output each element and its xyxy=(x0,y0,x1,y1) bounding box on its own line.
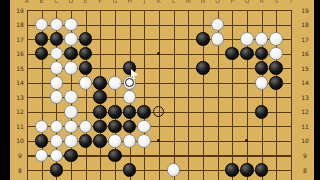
intersection-N13[interactable] xyxy=(196,90,211,105)
intersection-G16[interactable] xyxy=(108,46,123,61)
intersection-O8[interactable] xyxy=(210,163,225,178)
intersection-S11[interactable] xyxy=(269,119,284,134)
go-board[interactable]: ABCDEFGHJKLMNOPQRST 19181716151413121110… xyxy=(10,0,314,180)
intersection-Q8[interactable] xyxy=(240,163,255,178)
intersection-H18[interactable] xyxy=(122,17,137,32)
intersection-A19[interactable] xyxy=(20,3,35,18)
intersection-P14[interactable] xyxy=(225,75,240,90)
intersection-T8[interactable] xyxy=(283,163,298,178)
black-stone-G12 xyxy=(108,105,122,119)
intersection-F16[interactable] xyxy=(93,46,108,61)
intersection-S19[interactable] xyxy=(269,3,284,18)
intersection-G13[interactable] xyxy=(108,90,123,105)
intersection-C12[interactable] xyxy=(49,105,64,120)
intersection-S16[interactable] xyxy=(269,46,284,61)
intersection-D17[interactable] xyxy=(64,32,79,47)
intersection-R19[interactable] xyxy=(254,3,269,18)
intersection-L9[interactable] xyxy=(166,148,181,163)
intersection-J16[interactable] xyxy=(137,46,152,61)
intersection-Q17[interactable] xyxy=(240,32,255,47)
intersection-S9[interactable] xyxy=(269,148,284,163)
white-stone-R14 xyxy=(255,76,269,90)
intersection-R11[interactable] xyxy=(254,119,269,134)
intersection-G8[interactable] xyxy=(108,163,123,178)
intersection-K11[interactable] xyxy=(152,119,167,134)
white-stone-B18 xyxy=(35,18,49,32)
intersection-E11[interactable] xyxy=(78,119,93,134)
row-number: 16 xyxy=(297,50,313,57)
intersection-R10[interactable] xyxy=(254,134,269,149)
intersection-Q14[interactable] xyxy=(240,75,255,90)
intersection-E12[interactable] xyxy=(78,105,93,120)
intersection-C15[interactable] xyxy=(49,61,64,76)
intersection-A13[interactable] xyxy=(20,90,35,105)
intersection-K13[interactable] xyxy=(152,90,167,105)
intersection-B11[interactable] xyxy=(34,119,49,134)
intersection-J18[interactable] xyxy=(137,17,152,32)
black-stone-D16 xyxy=(64,47,78,61)
white-stone-J10 xyxy=(137,134,151,148)
white-stone-D12 xyxy=(64,105,78,119)
intersection-G14[interactable] xyxy=(108,75,123,90)
intersection-E10[interactable] xyxy=(78,134,93,149)
intersection-O16[interactable] xyxy=(210,46,225,61)
intersection-R13[interactable] xyxy=(254,90,269,105)
intersection-M13[interactable] xyxy=(181,90,196,105)
row-number: 14 xyxy=(297,79,313,86)
black-stone-B16 xyxy=(35,47,49,61)
intersection-D19[interactable] xyxy=(64,3,79,18)
intersection-P9[interactable] xyxy=(225,148,240,163)
black-stone-F13 xyxy=(93,90,107,104)
intersection-R9[interactable] xyxy=(254,148,269,163)
black-stone-P16 xyxy=(225,47,239,61)
intersection-T15[interactable] xyxy=(283,61,298,76)
white-stone-D10 xyxy=(64,134,78,148)
intersection-J12[interactable] xyxy=(137,105,152,120)
intersection-B16[interactable] xyxy=(34,46,49,61)
intersection-F9[interactable] xyxy=(93,148,108,163)
intersection-S10[interactable] xyxy=(269,134,284,149)
intersection-J13[interactable] xyxy=(137,90,152,105)
intersection-R18[interactable] xyxy=(254,17,269,32)
black-stone-E15 xyxy=(79,61,93,75)
white-stone-B9 xyxy=(35,149,49,163)
intersection-B17[interactable] xyxy=(34,32,49,47)
intersection-O19[interactable] xyxy=(210,3,225,18)
intersection-K19[interactable] xyxy=(152,3,167,18)
white-stone-D15 xyxy=(64,61,78,75)
white-stone-L8 xyxy=(167,163,181,177)
intersection-N12[interactable] xyxy=(196,105,211,120)
intersection-G19[interactable] xyxy=(108,3,123,18)
intersection-M17[interactable] xyxy=(181,32,196,47)
intersection-H19[interactable] xyxy=(122,3,137,18)
intersection-A11[interactable] xyxy=(20,119,35,134)
intersection-D8[interactable] xyxy=(64,163,79,178)
intersection-Q18[interactable] xyxy=(240,17,255,32)
intersection-K10[interactable] xyxy=(152,134,167,149)
intersection-G17[interactable] xyxy=(108,32,123,47)
intersection-K14[interactable] xyxy=(152,75,167,90)
intersection-K18[interactable] xyxy=(152,17,167,32)
intersection-M16[interactable] xyxy=(181,46,196,61)
intersection-P10[interactable] xyxy=(225,134,240,149)
row-number: 17 xyxy=(297,36,313,43)
intersection-T18[interactable] xyxy=(283,17,298,32)
intersection-K16[interactable] xyxy=(152,46,167,61)
intersection-A16[interactable] xyxy=(20,46,35,61)
intersection-Q10[interactable] xyxy=(240,134,255,149)
intersection-T10[interactable] xyxy=(283,134,298,149)
intersection-B13[interactable] xyxy=(34,90,49,105)
intersection-M15[interactable] xyxy=(181,61,196,76)
intersection-C10[interactable] xyxy=(49,134,64,149)
intersection-B10[interactable] xyxy=(34,134,49,149)
black-stone-B17 xyxy=(35,32,49,46)
circle-marker-empty-point xyxy=(153,106,164,117)
intersection-L18[interactable] xyxy=(166,17,181,32)
black-stone-S14 xyxy=(269,76,283,90)
intersection-M18[interactable] xyxy=(181,17,196,32)
black-stone-G11 xyxy=(108,120,122,134)
intersection-R14[interactable] xyxy=(254,75,269,90)
intersection-B8[interactable] xyxy=(34,163,49,178)
intersection-T19[interactable] xyxy=(283,3,298,18)
intersection-O11[interactable] xyxy=(210,119,225,134)
intersection-O13[interactable] xyxy=(210,90,225,105)
white-stone-C15 xyxy=(50,61,64,75)
intersection-L14[interactable] xyxy=(166,75,181,90)
intersection-D9[interactable] xyxy=(64,148,79,163)
row-number: 10 xyxy=(297,137,313,144)
intersection-M8[interactable] xyxy=(181,163,196,178)
black-stone-F10 xyxy=(93,134,107,148)
intersection-O14[interactable] xyxy=(210,75,225,90)
intersection-T17[interactable] xyxy=(283,32,298,47)
intersection-Q9[interactable] xyxy=(240,148,255,163)
intersection-F13[interactable] xyxy=(93,90,108,105)
intersection-G12[interactable] xyxy=(108,105,123,120)
white-stone-R17 xyxy=(255,32,269,46)
intersection-E8[interactable] xyxy=(78,163,93,178)
white-stone-G14 xyxy=(108,76,122,90)
intersection-A12[interactable] xyxy=(20,105,35,120)
row-number: 9 xyxy=(297,152,313,159)
black-stone-R15 xyxy=(255,61,269,75)
intersection-H8[interactable] xyxy=(122,163,137,178)
black-stone-D9 xyxy=(64,149,78,163)
intersection-R16[interactable] xyxy=(254,46,269,61)
black-stone-E10 xyxy=(79,134,93,148)
intersection-C13[interactable] xyxy=(49,90,64,105)
intersection-A10[interactable] xyxy=(20,134,35,149)
hoshi-dot xyxy=(157,52,160,55)
intersection-B18[interactable] xyxy=(34,17,49,32)
intersection-O17[interactable] xyxy=(210,32,225,47)
intersection-L8[interactable] xyxy=(166,163,181,178)
intersection-T9[interactable] xyxy=(283,148,298,163)
intersection-J10[interactable] xyxy=(137,134,152,149)
intersection-S8[interactable] xyxy=(269,163,284,178)
intersection-F14[interactable] xyxy=(93,75,108,90)
intersection-D10[interactable] xyxy=(64,134,79,149)
intersection-J11[interactable] xyxy=(137,119,152,134)
intersection-G9[interactable] xyxy=(108,148,123,163)
intersection-S17[interactable] xyxy=(269,32,284,47)
intersection-O9[interactable] xyxy=(210,148,225,163)
intersection-N16[interactable] xyxy=(196,46,211,61)
intersection-L13[interactable] xyxy=(166,90,181,105)
intersection-D15[interactable] xyxy=(64,61,79,76)
intersection-R17[interactable] xyxy=(254,32,269,47)
intersection-F12[interactable] xyxy=(93,105,108,120)
intersection-N10[interactable] xyxy=(196,134,211,149)
intersection-P16[interactable] xyxy=(225,46,240,61)
intersection-S18[interactable] xyxy=(269,17,284,32)
intersection-N14[interactable] xyxy=(196,75,211,90)
intersection-B14[interactable] xyxy=(34,75,49,90)
white-stone-B11 xyxy=(35,120,49,134)
intersection-C18[interactable] xyxy=(49,17,64,32)
intersection-A17[interactable] xyxy=(20,32,35,47)
intersection-S13[interactable] xyxy=(269,90,284,105)
hoshi-dot xyxy=(157,139,160,142)
intersection-E16[interactable] xyxy=(78,46,93,61)
intersection-G10[interactable] xyxy=(108,134,123,149)
intersection-E9[interactable] xyxy=(78,148,93,163)
black-stone-N15 xyxy=(196,61,210,75)
white-stone-C10 xyxy=(50,134,64,148)
intersection-H17[interactable] xyxy=(122,32,137,47)
white-stone-C16 xyxy=(50,47,64,61)
intersection-L19[interactable] xyxy=(166,3,181,18)
intersection-J17[interactable] xyxy=(137,32,152,47)
intersection-K17[interactable] xyxy=(152,32,167,47)
intersection-H12[interactable] xyxy=(122,105,137,120)
black-stone-C17 xyxy=(50,32,64,46)
white-stone-E14 xyxy=(79,76,93,90)
black-stone-F12 xyxy=(93,105,107,119)
black-stone-B10 xyxy=(35,134,49,148)
intersection-J19[interactable] xyxy=(137,3,152,18)
hoshi-dot xyxy=(245,139,248,142)
black-stone-P8 xyxy=(225,163,239,177)
intersection-H11[interactable] xyxy=(122,119,137,134)
intersection-E18[interactable] xyxy=(78,17,93,32)
intersection-E19[interactable] xyxy=(78,3,93,18)
intersection-L17[interactable] xyxy=(166,32,181,47)
intersection-K9[interactable] xyxy=(152,148,167,163)
intersection-T11[interactable] xyxy=(283,119,298,134)
white-stone-G10 xyxy=(108,134,122,148)
intersection-N17[interactable] xyxy=(196,32,211,47)
intersection-L10[interactable] xyxy=(166,134,181,149)
black-stone-F14 xyxy=(93,76,107,90)
intersection-O15[interactable] xyxy=(210,61,225,76)
intersection-B12[interactable] xyxy=(34,105,49,120)
intersection-F11[interactable] xyxy=(93,119,108,134)
intersection-R8[interactable] xyxy=(254,163,269,178)
intersection-L11[interactable] xyxy=(166,119,181,134)
black-stone-R16 xyxy=(255,47,269,61)
intersection-P17[interactable] xyxy=(225,32,240,47)
intersection-G18[interactable] xyxy=(108,17,123,32)
intersection-F18[interactable] xyxy=(93,17,108,32)
intersection-F15[interactable] xyxy=(93,61,108,76)
intersection-B9[interactable] xyxy=(34,148,49,163)
intersection-D13[interactable] xyxy=(64,90,79,105)
intersection-T13[interactable] xyxy=(283,90,298,105)
intersection-P19[interactable] xyxy=(225,3,240,18)
row-number: 8 xyxy=(297,167,313,174)
intersection-N15[interactable] xyxy=(196,61,211,76)
intersection-P11[interactable] xyxy=(225,119,240,134)
intersection-E15[interactable] xyxy=(78,61,93,76)
white-stone-D13 xyxy=(64,90,78,104)
intersection-D11[interactable] xyxy=(64,119,79,134)
intersection-J9[interactable] xyxy=(137,148,152,163)
row-number: 18 xyxy=(297,21,313,28)
white-stone-C18 xyxy=(50,18,64,32)
intersection-M9[interactable] xyxy=(181,148,196,163)
intersection-D18[interactable] xyxy=(64,17,79,32)
intersection-C11[interactable] xyxy=(49,119,64,134)
intersection-H10[interactable] xyxy=(122,134,137,149)
intersection-J14[interactable] xyxy=(137,75,152,90)
intersection-J8[interactable] xyxy=(137,163,152,178)
intersection-L12[interactable] xyxy=(166,105,181,120)
intersection-N18[interactable] xyxy=(196,17,211,32)
intersection-S12[interactable] xyxy=(269,105,284,120)
intersection-C14[interactable] xyxy=(49,75,64,90)
intersection-P12[interactable] xyxy=(225,105,240,120)
white-stone-H10 xyxy=(123,134,137,148)
white-stone-D11 xyxy=(64,120,78,134)
intersection-L15[interactable] xyxy=(166,61,181,76)
white-stone-H13 xyxy=(123,90,137,104)
intersection-C19[interactable] xyxy=(49,3,64,18)
intersection-T14[interactable] xyxy=(283,75,298,90)
intersection-J15[interactable] xyxy=(137,61,152,76)
intersection-P13[interactable] xyxy=(225,90,240,105)
intersection-Q19[interactable] xyxy=(240,3,255,18)
intersection-D16[interactable] xyxy=(64,46,79,61)
intersection-H14[interactable] xyxy=(122,75,137,90)
black-stone-S15 xyxy=(269,61,283,75)
intersection-Q12[interactable] xyxy=(240,105,255,120)
intersection-B15[interactable] xyxy=(34,61,49,76)
intersection-K12[interactable] xyxy=(152,105,167,120)
intersection-H13[interactable] xyxy=(122,90,137,105)
intersection-M14[interactable] xyxy=(181,75,196,90)
intersection-C8[interactable] xyxy=(49,163,64,178)
intersection-E14[interactable] xyxy=(78,75,93,90)
intersection-C9[interactable] xyxy=(49,148,64,163)
black-stone-Q16 xyxy=(240,47,254,61)
intersection-F17[interactable] xyxy=(93,32,108,47)
intersection-P15[interactable] xyxy=(225,61,240,76)
intersection-R15[interactable] xyxy=(254,61,269,76)
intersection-N11[interactable] xyxy=(196,119,211,134)
black-stone-H8 xyxy=(123,163,137,177)
intersection-O12[interactable] xyxy=(210,105,225,120)
intersection-Q11[interactable] xyxy=(240,119,255,134)
intersection-G11[interactable] xyxy=(108,119,123,134)
white-stone-D18 xyxy=(64,18,78,32)
intersection-N19[interactable] xyxy=(196,3,211,18)
intersection-L16[interactable] xyxy=(166,46,181,61)
intersection-P8[interactable] xyxy=(225,163,240,178)
intersection-T12[interactable] xyxy=(283,105,298,120)
intersection-P18[interactable] xyxy=(225,17,240,32)
intersection-N8[interactable] xyxy=(196,163,211,178)
white-stone-C9 xyxy=(50,149,64,163)
intersection-O18[interactable] xyxy=(210,17,225,32)
intersection-A8[interactable] xyxy=(20,163,35,178)
row-number: 13 xyxy=(297,94,313,101)
intersection-H9[interactable] xyxy=(122,148,137,163)
intersection-K15[interactable] xyxy=(152,61,167,76)
intersection-C17[interactable] xyxy=(49,32,64,47)
intersection-D14[interactable] xyxy=(64,75,79,90)
intersection-N9[interactable] xyxy=(196,148,211,163)
black-stone-N17 xyxy=(196,32,210,46)
intersection-M11[interactable] xyxy=(181,119,196,134)
white-stone-C11 xyxy=(50,120,64,134)
black-stone-J12 xyxy=(137,105,151,119)
black-stone-R12 xyxy=(255,105,269,119)
intersection-O10[interactable] xyxy=(210,134,225,149)
black-stone-C8 xyxy=(50,163,64,177)
intersection-F19[interactable] xyxy=(93,3,108,18)
white-stone-S16 xyxy=(269,47,283,61)
intersection-Q13[interactable] xyxy=(240,90,255,105)
intersection-M12[interactable] xyxy=(181,105,196,120)
black-stone-R8 xyxy=(255,163,269,177)
intersection-E17[interactable] xyxy=(78,32,93,47)
intersection-R12[interactable] xyxy=(254,105,269,120)
intersection-Q15[interactable] xyxy=(240,61,255,76)
intersection-Q16[interactable] xyxy=(240,46,255,61)
white-stone-J11 xyxy=(137,120,151,134)
intersection-A9[interactable] xyxy=(20,148,35,163)
intersection-M10[interactable] xyxy=(181,134,196,149)
intersection-G15[interactable] xyxy=(108,61,123,76)
white-stone-S17 xyxy=(269,32,283,46)
intersection-B19[interactable] xyxy=(34,3,49,18)
intersection-E13[interactable] xyxy=(78,90,93,105)
intersection-A18[interactable] xyxy=(20,17,35,32)
black-stone-H11 xyxy=(123,120,137,134)
intersection-C16[interactable] xyxy=(49,46,64,61)
intersection-F8[interactable] xyxy=(93,163,108,178)
intersection-H16[interactable] xyxy=(122,46,137,61)
intersection-D12[interactable] xyxy=(64,105,79,120)
intersection-T16[interactable] xyxy=(283,46,298,61)
row-number: 11 xyxy=(297,123,313,130)
intersection-M19[interactable] xyxy=(181,3,196,18)
row-number: 15 xyxy=(297,65,313,72)
intersection-K8[interactable] xyxy=(152,163,167,178)
board-intersections xyxy=(20,3,298,178)
intersection-S15[interactable] xyxy=(269,61,284,76)
last-move-circle-marker xyxy=(125,78,135,88)
intersection-F10[interactable] xyxy=(93,134,108,149)
intersection-A14[interactable] xyxy=(20,75,35,90)
intersection-A15[interactable] xyxy=(20,61,35,76)
intersection-S14[interactable] xyxy=(269,75,284,90)
